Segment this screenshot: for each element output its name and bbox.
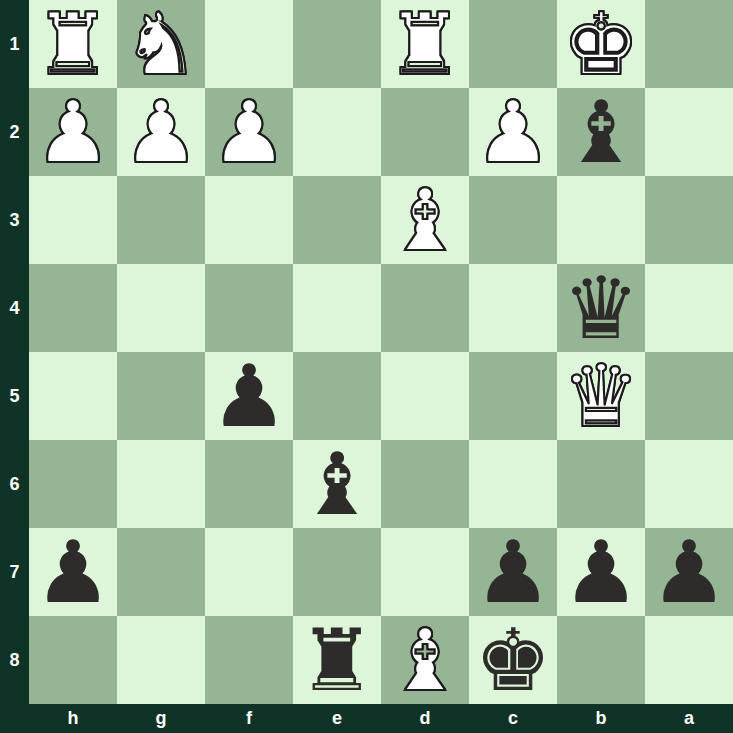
square-f2[interactable]: ♟ <box>205 88 293 176</box>
square-a3[interactable] <box>645 176 733 264</box>
square-a8[interactable] <box>645 616 733 704</box>
square-h3[interactable] <box>29 176 117 264</box>
file-label-f: f <box>205 708 293 729</box>
square-b6[interactable] <box>557 440 645 528</box>
square-c6[interactable] <box>469 440 557 528</box>
square-b7[interactable]: ♟ <box>557 528 645 616</box>
square-d5[interactable] <box>381 352 469 440</box>
square-b2[interactable]: ♝ <box>557 88 645 176</box>
square-c4[interactable] <box>469 264 557 352</box>
piece-black-king: ♚ <box>474 616 551 704</box>
square-e1[interactable] <box>293 0 381 88</box>
square-b8[interactable] <box>557 616 645 704</box>
rank-label-3: 3 <box>0 176 29 264</box>
square-e2[interactable] <box>293 88 381 176</box>
file-labels: hgfedcba <box>0 704 733 733</box>
square-d7[interactable] <box>381 528 469 616</box>
square-e4[interactable] <box>293 264 381 352</box>
file-label-d: d <box>381 708 469 729</box>
file-label-a: a <box>645 708 733 729</box>
chess-board: ♜♞♜♚♟♟♟♟♝♝♛♟♛♝♟♟♟♟♜♝♚ <box>29 0 733 704</box>
square-g2[interactable]: ♟ <box>117 88 205 176</box>
square-h7[interactable]: ♟ <box>29 528 117 616</box>
square-f6[interactable] <box>205 440 293 528</box>
piece-white-bishop: ♝ <box>386 176 463 264</box>
square-h2[interactable]: ♟ <box>29 88 117 176</box>
square-g6[interactable] <box>117 440 205 528</box>
piece-white-pawn: ♟ <box>122 88 199 176</box>
square-g1[interactable]: ♞ <box>117 0 205 88</box>
piece-black-queen: ♛ <box>562 264 639 352</box>
square-c5[interactable] <box>469 352 557 440</box>
chess-board-page: 12345678 ♜♞♜♚♟♟♟♟♝♝♛♟♛♝♟♟♟♟♜♝♚ hgfedcba <box>0 0 733 733</box>
square-d1[interactable]: ♜ <box>381 0 469 88</box>
square-h5[interactable] <box>29 352 117 440</box>
piece-white-bishop: ♝ <box>386 616 463 704</box>
piece-white-queen: ♛ <box>562 352 639 440</box>
square-f7[interactable] <box>205 528 293 616</box>
square-g5[interactable] <box>117 352 205 440</box>
piece-black-rook: ♜ <box>298 616 375 704</box>
square-g7[interactable] <box>117 528 205 616</box>
square-a2[interactable] <box>645 88 733 176</box>
file-label-e: e <box>293 708 381 729</box>
rank-label-5: 5 <box>0 352 29 440</box>
file-label-g: g <box>117 708 205 729</box>
piece-black-pawn: ♟ <box>474 528 551 616</box>
rank-label-7: 7 <box>0 528 29 616</box>
square-g8[interactable] <box>117 616 205 704</box>
square-a1[interactable] <box>645 0 733 88</box>
square-c8[interactable]: ♚ <box>469 616 557 704</box>
square-a7[interactable]: ♟ <box>645 528 733 616</box>
square-d4[interactable] <box>381 264 469 352</box>
square-b5[interactable]: ♛ <box>557 352 645 440</box>
square-h1[interactable]: ♜ <box>29 0 117 88</box>
square-a5[interactable] <box>645 352 733 440</box>
square-b4[interactable]: ♛ <box>557 264 645 352</box>
rank-labels: 12345678 <box>0 0 29 704</box>
square-d2[interactable] <box>381 88 469 176</box>
square-h8[interactable] <box>29 616 117 704</box>
piece-white-knight: ♞ <box>122 0 199 88</box>
square-c7[interactable]: ♟ <box>469 528 557 616</box>
square-h6[interactable] <box>29 440 117 528</box>
square-c2[interactable]: ♟ <box>469 88 557 176</box>
piece-white-pawn: ♟ <box>210 88 287 176</box>
square-f3[interactable] <box>205 176 293 264</box>
square-e6[interactable]: ♝ <box>293 440 381 528</box>
piece-white-pawn: ♟ <box>34 88 111 176</box>
piece-black-bishop: ♝ <box>298 440 375 528</box>
square-h4[interactable] <box>29 264 117 352</box>
piece-white-rook: ♜ <box>34 0 111 88</box>
rank-label-8: 8 <box>0 616 29 704</box>
square-f8[interactable] <box>205 616 293 704</box>
square-b1[interactable]: ♚ <box>557 0 645 88</box>
square-g4[interactable] <box>117 264 205 352</box>
square-d8[interactable]: ♝ <box>381 616 469 704</box>
piece-white-king: ♚ <box>562 0 639 88</box>
piece-black-pawn: ♟ <box>210 352 287 440</box>
piece-white-rook: ♜ <box>386 0 463 88</box>
square-d3[interactable]: ♝ <box>381 176 469 264</box>
file-label-b: b <box>557 708 645 729</box>
rank-label-2: 2 <box>0 88 29 176</box>
file-label-c: c <box>469 708 557 729</box>
square-e5[interactable] <box>293 352 381 440</box>
square-f5[interactable]: ♟ <box>205 352 293 440</box>
rank-label-6: 6 <box>0 440 29 528</box>
square-c3[interactable] <box>469 176 557 264</box>
square-g3[interactable] <box>117 176 205 264</box>
square-f1[interactable] <box>205 0 293 88</box>
piece-black-pawn: ♟ <box>34 528 111 616</box>
square-e8[interactable]: ♜ <box>293 616 381 704</box>
square-e3[interactable] <box>293 176 381 264</box>
square-f4[interactable] <box>205 264 293 352</box>
square-e7[interactable] <box>293 528 381 616</box>
piece-black-pawn: ♟ <box>650 528 727 616</box>
board-area: 12345678 ♜♞♜♚♟♟♟♟♝♝♛♟♛♝♟♟♟♟♜♝♚ <box>0 0 733 704</box>
square-c1[interactable] <box>469 0 557 88</box>
piece-white-pawn: ♟ <box>474 88 551 176</box>
rank-label-1: 1 <box>0 0 29 88</box>
piece-black-bishop: ♝ <box>562 88 639 176</box>
rank-label-4: 4 <box>0 264 29 352</box>
file-label-h: h <box>29 708 117 729</box>
square-d6[interactable] <box>381 440 469 528</box>
square-b3[interactable] <box>557 176 645 264</box>
square-a6[interactable] <box>645 440 733 528</box>
piece-black-pawn: ♟ <box>562 528 639 616</box>
square-a4[interactable] <box>645 264 733 352</box>
